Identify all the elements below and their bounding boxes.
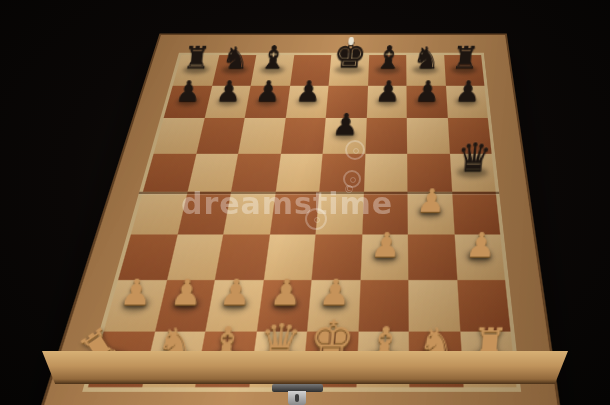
black-pawn-glyph: ♟ bbox=[331, 110, 360, 140]
black-pawn-glyph: ♟ bbox=[254, 77, 282, 105]
chess-board[interactable]: ♜♞♝♚♝♞♜♟♟♟♟♟♟♟♟♛♟♟♟♟♟♟♟♟♜♞♝♛♚♝♞♜ bbox=[36, 35, 561, 405]
black-king-glyph: ♚ bbox=[332, 37, 368, 74]
white-pawn-glyph: ♟ bbox=[464, 228, 497, 262]
white-pawn-glyph: ♟ bbox=[369, 228, 402, 262]
black-pawn-glyph: ♟ bbox=[454, 77, 482, 105]
black-bishop-glyph: ♝ bbox=[373, 42, 404, 73]
black-pawn-glyph: ♟ bbox=[215, 77, 243, 105]
pieces-layer: ♜♞♝♚♝♞♜♟♟♟♟♟♟♟♟♛♟♟♟♟♟♟♟♟♜♞♝♛♚♝♞♜ bbox=[88, 55, 516, 387]
white-pawn-glyph: ♟ bbox=[119, 275, 154, 310]
black-knight-glyph: ♞ bbox=[220, 43, 250, 73]
black-knight-glyph: ♞ bbox=[412, 43, 442, 73]
white-pawn-glyph: ♟ bbox=[268, 275, 303, 310]
black-bishop-glyph: ♝ bbox=[258, 42, 289, 73]
white-pawn-glyph: ♟ bbox=[416, 185, 448, 217]
white-pawn-glyph: ♟ bbox=[218, 275, 253, 310]
board-3d-wrapper: ♜♞♝♚♝♞♜♟♟♟♟♟♟♟♟♛♟♟♟♟♟♟♟♟♜♞♝♛♚♝♞♜ bbox=[36, 35, 561, 405]
black-pawn-glyph: ♟ bbox=[374, 77, 402, 105]
black-pawn-glyph: ♟ bbox=[175, 77, 203, 105]
white-pawn-glyph: ♟ bbox=[318, 275, 353, 310]
black-pawn-glyph: ♟ bbox=[414, 77, 442, 105]
black-queen-glyph: ♛ bbox=[455, 137, 494, 176]
white-pawn-glyph: ♟ bbox=[169, 275, 204, 310]
board-front-edge bbox=[42, 351, 568, 384]
black-rook-glyph: ♜ bbox=[450, 43, 480, 73]
clasp-latch[interactable] bbox=[288, 391, 306, 405]
black-pawn-glyph: ♟ bbox=[294, 77, 322, 105]
black-rook-glyph: ♜ bbox=[182, 43, 212, 73]
scene-background: ♜♞♝♚♝♞♜♟♟♟♟♟♟♟♟♛♟♟♟♟♟♟♟♟♜♞♝♛♚♝♞♜ dreamst… bbox=[0, 0, 610, 405]
latch-keyhole-icon bbox=[295, 394, 299, 402]
